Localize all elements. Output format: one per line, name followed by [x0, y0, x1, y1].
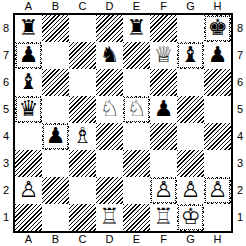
piece-white-bishop: ♗ [69, 123, 96, 150]
file-label-top-c: C [69, 0, 96, 13]
square-c5[interactable] [69, 96, 96, 123]
square-h7[interactable]: ♟ [204, 42, 231, 69]
rank-label-right-1: 1 [234, 204, 246, 231]
square-c7[interactable] [69, 42, 96, 69]
rank-label-right-2: 2 [234, 177, 246, 204]
rank-label-right-6: 6 [234, 69, 246, 96]
square-c8[interactable] [69, 15, 96, 42]
square-b8[interactable] [42, 15, 69, 42]
square-g6[interactable] [177, 69, 204, 96]
piece-black-pawn: ♟ [150, 96, 177, 123]
rank-label-right-3: 3 [234, 150, 246, 177]
square-a5[interactable]: ♛ [15, 96, 42, 123]
square-f8[interactable] [150, 15, 177, 42]
square-f3[interactable] [150, 150, 177, 177]
rank-label-left-1: 1 [0, 204, 12, 231]
file-label-bottom-c: C [69, 233, 96, 246]
square-f6[interactable] [150, 69, 177, 96]
rank-label-left-5: 5 [0, 96, 12, 123]
rank-label-right-8: 8 [234, 15, 246, 42]
square-d7[interactable]: ♞ [96, 42, 123, 69]
square-g1[interactable]: ♔ [177, 204, 204, 231]
piece-black-knight: ♞ [96, 42, 123, 69]
piece-white-queen: ♕ [150, 42, 177, 69]
square-c3[interactable] [69, 150, 96, 177]
square-f5[interactable]: ♟ [150, 96, 177, 123]
square-h5[interactable] [204, 96, 231, 123]
square-d6[interactable] [96, 69, 123, 96]
rank-label-right-4: 4 [234, 123, 246, 150]
square-c1[interactable] [69, 204, 96, 231]
chess-board: ♜♜♚♟♞♕♝♟♝♛♘♘♟♟♗♙♙♙♙♖♖♔ [13, 13, 233, 233]
piece-white-pawn: ♙ [150, 177, 177, 204]
square-b5[interactable] [42, 96, 69, 123]
file-label-bottom-h: H [204, 233, 231, 246]
file-label-top-f: F [150, 0, 177, 13]
piece-black-rook: ♜ [123, 15, 150, 42]
square-f1[interactable]: ♖ [150, 204, 177, 231]
piece-black-pawn: ♟ [42, 123, 69, 150]
piece-black-rook: ♜ [15, 15, 42, 42]
square-h6[interactable] [204, 69, 231, 96]
piece-white-knight: ♘ [96, 96, 123, 123]
piece-white-pawn: ♙ [204, 177, 231, 204]
piece-black-bishop: ♝ [15, 69, 42, 96]
square-a1[interactable] [15, 204, 42, 231]
piece-white-king: ♔ [177, 204, 204, 231]
piece-black-king: ♚ [204, 15, 231, 42]
piece-black-pawn: ♟ [204, 42, 231, 69]
square-a4[interactable] [15, 123, 42, 150]
square-g2[interactable]: ♙ [177, 177, 204, 204]
rank-label-left-4: 4 [0, 123, 12, 150]
file-label-bottom-b: B [42, 233, 69, 246]
file-label-top-a: A [15, 0, 42, 13]
square-a8[interactable]: ♜ [15, 15, 42, 42]
file-label-bottom-a: A [15, 233, 42, 246]
square-c2[interactable] [69, 177, 96, 204]
file-label-top-h: H [204, 0, 231, 13]
square-b3[interactable] [42, 150, 69, 177]
piece-black-queen: ♛ [15, 96, 42, 123]
square-d5[interactable]: ♘ [96, 96, 123, 123]
square-f4[interactable] [150, 123, 177, 150]
square-g7[interactable]: ♝ [177, 42, 204, 69]
square-g5[interactable] [177, 96, 204, 123]
file-label-bottom-d: D [96, 233, 123, 246]
file-label-bottom-e: E [123, 233, 150, 246]
rank-label-left-3: 3 [0, 150, 12, 177]
square-h2[interactable]: ♙ [204, 177, 231, 204]
piece-black-pawn: ♟ [15, 42, 42, 69]
square-b4[interactable]: ♟ [42, 123, 69, 150]
rank-label-left-7: 7 [0, 42, 12, 69]
piece-black-bishop: ♝ [177, 42, 204, 69]
square-d3[interactable] [96, 150, 123, 177]
square-a7[interactable]: ♟ [15, 42, 42, 69]
file-label-top-d: D [96, 0, 123, 13]
square-a3[interactable] [15, 150, 42, 177]
square-h3[interactable] [204, 150, 231, 177]
rank-label-left-2: 2 [0, 177, 12, 204]
square-a2[interactable]: ♙ [15, 177, 42, 204]
rank-label-right-7: 7 [234, 42, 246, 69]
square-g8[interactable] [177, 15, 204, 42]
square-e1[interactable] [123, 204, 150, 231]
square-b2[interactable] [42, 177, 69, 204]
piece-white-rook: ♖ [96, 204, 123, 231]
square-d1[interactable]: ♖ [96, 204, 123, 231]
chess-diagram: ABCDEFGH ABCDEFGH 87654321 87654321 ♜♜♚♟… [0, 0, 246, 246]
square-a6[interactable]: ♝ [15, 69, 42, 96]
square-d8[interactable] [96, 15, 123, 42]
square-b1[interactable] [42, 204, 69, 231]
file-label-bottom-f: F [150, 233, 177, 246]
piece-white-pawn: ♙ [15, 177, 42, 204]
square-d2[interactable] [96, 177, 123, 204]
square-g3[interactable] [177, 150, 204, 177]
file-label-top-g: G [177, 0, 204, 13]
square-e3[interactable] [123, 150, 150, 177]
file-label-top-b: B [42, 0, 69, 13]
file-label-bottom-g: G [177, 233, 204, 246]
square-g4[interactable] [177, 123, 204, 150]
piece-white-pawn: ♙ [177, 177, 204, 204]
piece-white-knight: ♘ [123, 96, 150, 123]
square-e8[interactable]: ♜ [123, 15, 150, 42]
square-f7[interactable]: ♕ [150, 42, 177, 69]
square-b7[interactable] [42, 42, 69, 69]
square-e5[interactable]: ♘ [123, 96, 150, 123]
rank-label-left-8: 8 [0, 15, 12, 42]
square-e6[interactable] [123, 69, 150, 96]
square-h8[interactable]: ♚ [204, 15, 231, 42]
rank-label-right-5: 5 [234, 96, 246, 123]
square-c4[interactable]: ♗ [69, 123, 96, 150]
piece-white-rook: ♖ [150, 204, 177, 231]
square-h4[interactable] [204, 123, 231, 150]
square-h1[interactable] [204, 204, 231, 231]
square-b6[interactable] [42, 69, 69, 96]
square-e2[interactable] [123, 177, 150, 204]
square-e4[interactable] [123, 123, 150, 150]
square-c6[interactable] [69, 69, 96, 96]
rank-label-left-6: 6 [0, 69, 12, 96]
square-d4[interactable] [96, 123, 123, 150]
square-e7[interactable] [123, 42, 150, 69]
file-label-top-e: E [123, 0, 150, 13]
square-f2[interactable]: ♙ [150, 177, 177, 204]
